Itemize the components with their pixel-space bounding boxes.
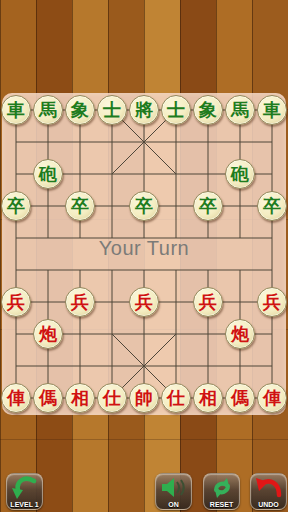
piece-red[interactable]: 炮 (33, 319, 63, 349)
piece-red[interactable]: 兵 (257, 287, 287, 317)
piece-red[interactable]: 炮 (225, 319, 255, 349)
piece-red[interactable]: 仕 (97, 383, 127, 413)
piece-red[interactable]: 仕 (161, 383, 191, 413)
piece-black[interactable]: 將 (129, 95, 159, 125)
turn-status-text: Your Turn (2, 237, 286, 260)
piece-red[interactable]: 傌 (225, 383, 255, 413)
piece-black[interactable]: 卒 (193, 191, 223, 221)
reset-button[interactable]: RESET (203, 473, 240, 510)
level-arrow-icon (11, 476, 39, 500)
reset-button-label: RESET (204, 501, 239, 508)
piece-black[interactable]: 象 (65, 95, 95, 125)
sound-toggle-button[interactable]: ON (155, 473, 192, 510)
reset-cycle-icon (208, 476, 236, 500)
level-button-label: LEVEL 1 (7, 501, 42, 508)
piece-black[interactable]: 卒 (257, 191, 287, 221)
piece-black[interactable]: 士 (97, 95, 127, 125)
piece-black[interactable]: 砲 (225, 159, 255, 189)
piece-red[interactable]: 相 (65, 383, 95, 413)
piece-black[interactable]: 砲 (33, 159, 63, 189)
piece-black[interactable]: 卒 (65, 191, 95, 221)
undo-button-label: UNDO (251, 501, 286, 508)
level-button[interactable]: LEVEL 1 (6, 473, 43, 510)
piece-red[interactable]: 兵 (1, 287, 31, 317)
piece-red[interactable]: 相 (193, 383, 223, 413)
undo-arrow-icon (255, 476, 283, 500)
piece-black[interactable]: 車 (1, 95, 31, 125)
piece-red[interactable]: 帥 (129, 383, 159, 413)
piece-red[interactable]: 兵 (129, 287, 159, 317)
speaker-icon (160, 476, 188, 500)
piece-black[interactable]: 士 (161, 95, 191, 125)
xiangqi-board[interactable]: Your Turn 車馬象士將士象馬車砲砲卒卒卒卒卒兵兵兵兵兵炮炮俥傌相仕帥仕相… (2, 93, 286, 415)
piece-black[interactable]: 卒 (129, 191, 159, 221)
piece-black[interactable]: 馬 (33, 95, 63, 125)
piece-black[interactable]: 卒 (1, 191, 31, 221)
piece-red[interactable]: 傌 (33, 383, 63, 413)
piece-red[interactable]: 兵 (65, 287, 95, 317)
sound-button-label: ON (156, 501, 191, 508)
piece-red[interactable]: 俥 (257, 383, 287, 413)
undo-button[interactable]: UNDO (250, 473, 287, 510)
piece-black[interactable]: 象 (193, 95, 223, 125)
piece-red[interactable]: 兵 (193, 287, 223, 317)
piece-black[interactable]: 馬 (225, 95, 255, 125)
piece-red[interactable]: 俥 (1, 383, 31, 413)
piece-black[interactable]: 車 (257, 95, 287, 125)
